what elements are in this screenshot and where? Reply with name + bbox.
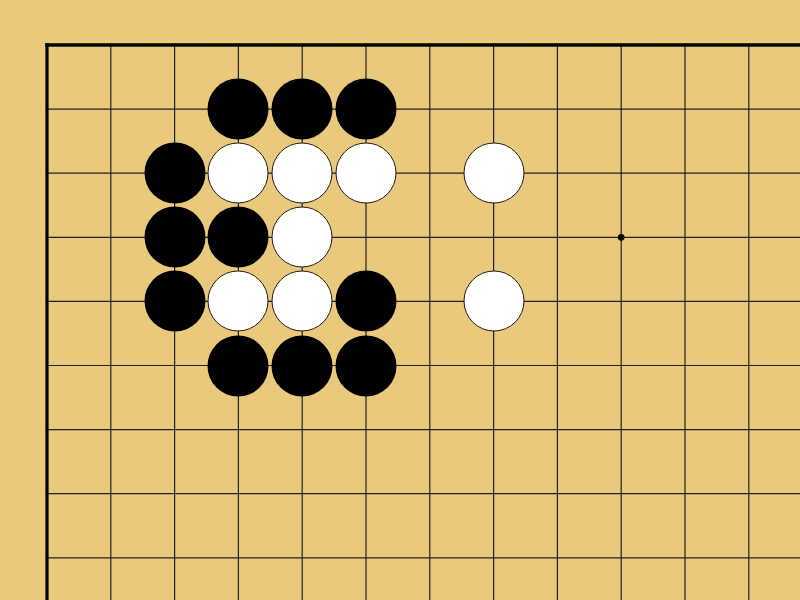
black-stone-glyph: ● [155, 279, 193, 323]
black-stone-glyph: ● [283, 87, 321, 131]
white-stone-glyph: ○ [474, 151, 512, 195]
white-stone[interactable]: ○ [463, 143, 524, 204]
black-stone[interactable]: ● [272, 79, 333, 140]
black-stone-glyph: ● [283, 344, 321, 388]
white-stone-glyph: ○ [283, 279, 321, 323]
go-board[interactable]: ●●●●○○○○●●○●○○●○●●● [0, 0, 800, 600]
white-stone-glyph: ○ [219, 279, 257, 323]
black-stone-glyph: ● [219, 344, 257, 388]
black-stone[interactable]: ● [272, 335, 333, 396]
white-stone-glyph: ○ [283, 215, 321, 259]
black-stone-glyph: ● [347, 344, 385, 388]
white-stone[interactable]: ○ [272, 271, 333, 332]
black-stone[interactable]: ● [336, 335, 397, 396]
black-stone[interactable]: ● [208, 79, 269, 140]
black-stone[interactable]: ● [208, 207, 269, 268]
black-stone[interactable]: ● [336, 271, 397, 332]
white-stone-glyph: ○ [474, 279, 512, 323]
black-stone[interactable]: ● [144, 143, 205, 204]
white-stone-glyph: ○ [347, 151, 385, 195]
white-stone[interactable]: ○ [208, 271, 269, 332]
black-stone[interactable]: ● [144, 271, 205, 332]
black-stone[interactable]: ● [208, 335, 269, 396]
white-stone[interactable]: ○ [272, 143, 333, 204]
white-stone-glyph: ○ [283, 151, 321, 195]
black-stone[interactable]: ● [336, 79, 397, 140]
white-stone[interactable]: ○ [208, 143, 269, 204]
white-stone[interactable]: ○ [336, 143, 397, 204]
white-stone[interactable]: ○ [463, 271, 524, 332]
black-stone-glyph: ● [219, 215, 257, 259]
black-stone-glyph: ● [347, 279, 385, 323]
white-stone-glyph: ○ [219, 151, 257, 195]
white-stone[interactable]: ○ [272, 207, 333, 268]
black-stone-glyph: ● [219, 87, 257, 131]
black-stone-glyph: ● [155, 215, 193, 259]
stone-layer: ●●●●○○○○●●○●○○●○●●● [0, 0, 800, 600]
black-stone-glyph: ● [155, 151, 193, 195]
black-stone[interactable]: ● [144, 207, 205, 268]
black-stone-glyph: ● [347, 87, 385, 131]
